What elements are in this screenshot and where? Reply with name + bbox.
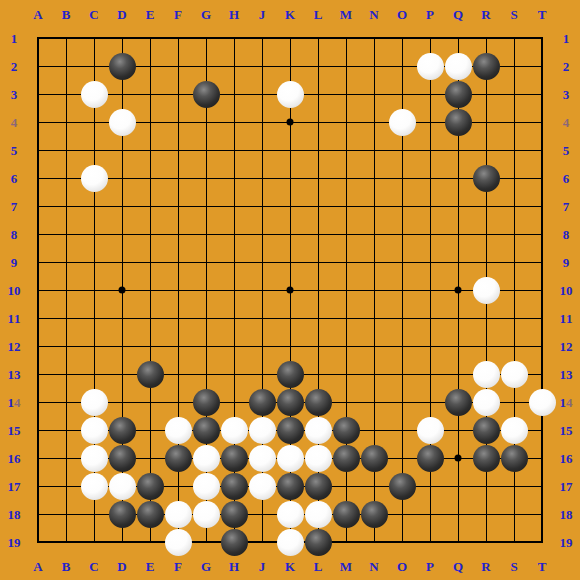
intersection-O15[interactable] bbox=[388, 416, 416, 444]
intersection-N11[interactable] bbox=[360, 304, 388, 332]
intersection-C2[interactable] bbox=[80, 52, 108, 80]
intersection-N12[interactable] bbox=[360, 332, 388, 360]
intersection-N5[interactable] bbox=[360, 136, 388, 164]
intersection-T7[interactable] bbox=[528, 192, 556, 220]
intersection-R18[interactable] bbox=[472, 500, 500, 528]
intersection-R8[interactable] bbox=[472, 220, 500, 248]
intersection-F5[interactable] bbox=[164, 136, 192, 164]
intersection-M6[interactable] bbox=[332, 164, 360, 192]
intersection-A14[interactable] bbox=[24, 388, 52, 416]
intersection-A2[interactable] bbox=[24, 52, 52, 80]
intersection-A16[interactable] bbox=[24, 444, 52, 472]
intersection-H6[interactable] bbox=[220, 164, 248, 192]
intersection-Q15[interactable] bbox=[444, 416, 472, 444]
intersection-O16[interactable] bbox=[388, 444, 416, 472]
intersection-N8[interactable] bbox=[360, 220, 388, 248]
intersection-R1[interactable] bbox=[472, 24, 500, 52]
intersection-P8[interactable] bbox=[416, 220, 444, 248]
intersection-G4[interactable] bbox=[192, 108, 220, 136]
intersection-L18[interactable] bbox=[304, 500, 332, 528]
intersection-H16[interactable] bbox=[220, 444, 248, 472]
intersection-H14[interactable] bbox=[220, 388, 248, 416]
intersection-D9[interactable] bbox=[108, 248, 136, 276]
intersection-O17[interactable] bbox=[388, 472, 416, 500]
intersection-R6[interactable] bbox=[472, 164, 500, 192]
intersection-T13[interactable] bbox=[528, 360, 556, 388]
intersection-P16[interactable] bbox=[416, 444, 444, 472]
intersection-H1[interactable] bbox=[220, 24, 248, 52]
intersection-P18[interactable] bbox=[416, 500, 444, 528]
intersection-S9[interactable] bbox=[500, 248, 528, 276]
intersection-T17[interactable] bbox=[528, 472, 556, 500]
intersection-B1[interactable] bbox=[52, 24, 80, 52]
intersection-E6[interactable] bbox=[136, 164, 164, 192]
intersection-R5[interactable] bbox=[472, 136, 500, 164]
intersection-N16[interactable] bbox=[360, 444, 388, 472]
intersection-S2[interactable] bbox=[500, 52, 528, 80]
intersection-M10[interactable] bbox=[332, 276, 360, 304]
intersection-L17[interactable] bbox=[304, 472, 332, 500]
intersection-T8[interactable] bbox=[528, 220, 556, 248]
intersection-A17[interactable] bbox=[24, 472, 52, 500]
intersection-J2[interactable] bbox=[248, 52, 276, 80]
intersection-E10[interactable] bbox=[136, 276, 164, 304]
intersection-O13[interactable] bbox=[388, 360, 416, 388]
intersection-J9[interactable] bbox=[248, 248, 276, 276]
intersection-L15[interactable] bbox=[304, 416, 332, 444]
intersection-S19[interactable] bbox=[500, 528, 528, 556]
intersection-H8[interactable] bbox=[220, 220, 248, 248]
intersection-L4[interactable] bbox=[304, 108, 332, 136]
intersection-L9[interactable] bbox=[304, 248, 332, 276]
intersection-N18[interactable] bbox=[360, 500, 388, 528]
intersection-O8[interactable] bbox=[388, 220, 416, 248]
intersection-T1[interactable] bbox=[528, 24, 556, 52]
intersection-R16[interactable] bbox=[472, 444, 500, 472]
intersection-S8[interactable] bbox=[500, 220, 528, 248]
intersection-K7[interactable] bbox=[276, 192, 304, 220]
intersection-Q12[interactable] bbox=[444, 332, 472, 360]
intersection-G8[interactable] bbox=[192, 220, 220, 248]
intersection-D2[interactable] bbox=[108, 52, 136, 80]
intersection-L2[interactable] bbox=[304, 52, 332, 80]
intersection-E16[interactable] bbox=[136, 444, 164, 472]
intersection-S3[interactable] bbox=[500, 80, 528, 108]
intersection-K12[interactable] bbox=[276, 332, 304, 360]
intersection-G3[interactable] bbox=[192, 80, 220, 108]
intersection-Q6[interactable] bbox=[444, 164, 472, 192]
intersection-L11[interactable] bbox=[304, 304, 332, 332]
intersection-Q8[interactable] bbox=[444, 220, 472, 248]
intersection-M16[interactable] bbox=[332, 444, 360, 472]
intersection-T10[interactable] bbox=[528, 276, 556, 304]
intersection-S5[interactable] bbox=[500, 136, 528, 164]
intersection-C11[interactable] bbox=[80, 304, 108, 332]
intersection-O11[interactable] bbox=[388, 304, 416, 332]
intersection-E7[interactable] bbox=[136, 192, 164, 220]
intersection-R2[interactable] bbox=[472, 52, 500, 80]
intersection-N17[interactable] bbox=[360, 472, 388, 500]
intersection-P10[interactable] bbox=[416, 276, 444, 304]
intersection-B12[interactable] bbox=[52, 332, 80, 360]
intersection-O10[interactable] bbox=[388, 276, 416, 304]
intersection-F14[interactable] bbox=[164, 388, 192, 416]
intersection-J7[interactable] bbox=[248, 192, 276, 220]
intersection-L3[interactable] bbox=[304, 80, 332, 108]
intersection-T6[interactable] bbox=[528, 164, 556, 192]
intersection-G13[interactable] bbox=[192, 360, 220, 388]
intersection-T12[interactable] bbox=[528, 332, 556, 360]
intersection-G14[interactable] bbox=[192, 388, 220, 416]
intersection-H7[interactable] bbox=[220, 192, 248, 220]
intersection-S1[interactable] bbox=[500, 24, 528, 52]
intersection-M7[interactable] bbox=[332, 192, 360, 220]
intersection-G19[interactable] bbox=[192, 528, 220, 556]
intersection-S16[interactable] bbox=[500, 444, 528, 472]
intersection-O5[interactable] bbox=[388, 136, 416, 164]
intersection-M3[interactable] bbox=[332, 80, 360, 108]
intersection-H13[interactable] bbox=[220, 360, 248, 388]
intersection-B10[interactable] bbox=[52, 276, 80, 304]
intersection-L16[interactable] bbox=[304, 444, 332, 472]
intersection-T18[interactable] bbox=[528, 500, 556, 528]
intersection-R3[interactable] bbox=[472, 80, 500, 108]
intersection-S7[interactable] bbox=[500, 192, 528, 220]
intersection-M8[interactable] bbox=[332, 220, 360, 248]
intersection-R4[interactable] bbox=[472, 108, 500, 136]
intersection-E14[interactable] bbox=[136, 388, 164, 416]
intersection-A5[interactable] bbox=[24, 136, 52, 164]
intersection-G12[interactable] bbox=[192, 332, 220, 360]
intersection-Q1[interactable] bbox=[444, 24, 472, 52]
intersection-J8[interactable] bbox=[248, 220, 276, 248]
intersection-F16[interactable] bbox=[164, 444, 192, 472]
intersection-T3[interactable] bbox=[528, 80, 556, 108]
intersection-J18[interactable] bbox=[248, 500, 276, 528]
intersection-Q4[interactable] bbox=[444, 108, 472, 136]
intersection-R13[interactable] bbox=[472, 360, 500, 388]
intersection-J19[interactable] bbox=[248, 528, 276, 556]
intersection-O4[interactable] bbox=[388, 108, 416, 136]
intersection-N2[interactable] bbox=[360, 52, 388, 80]
intersection-A6[interactable] bbox=[24, 164, 52, 192]
intersection-C14[interactable] bbox=[80, 388, 108, 416]
intersection-L10[interactable] bbox=[304, 276, 332, 304]
intersection-C8[interactable] bbox=[80, 220, 108, 248]
intersection-O3[interactable] bbox=[388, 80, 416, 108]
intersection-L19[interactable] bbox=[304, 528, 332, 556]
intersection-C6[interactable] bbox=[80, 164, 108, 192]
intersection-Q11[interactable] bbox=[444, 304, 472, 332]
intersection-N6[interactable] bbox=[360, 164, 388, 192]
intersection-G6[interactable] bbox=[192, 164, 220, 192]
intersection-K4[interactable] bbox=[276, 108, 304, 136]
intersection-F11[interactable] bbox=[164, 304, 192, 332]
intersection-S6[interactable] bbox=[500, 164, 528, 192]
intersection-O12[interactable] bbox=[388, 332, 416, 360]
intersection-E8[interactable] bbox=[136, 220, 164, 248]
intersection-B6[interactable] bbox=[52, 164, 80, 192]
intersection-M19[interactable] bbox=[332, 528, 360, 556]
intersection-C15[interactable] bbox=[80, 416, 108, 444]
intersection-K5[interactable] bbox=[276, 136, 304, 164]
intersection-L5[interactable] bbox=[304, 136, 332, 164]
intersection-Q13[interactable] bbox=[444, 360, 472, 388]
intersection-K17[interactable] bbox=[276, 472, 304, 500]
intersection-B7[interactable] bbox=[52, 192, 80, 220]
intersection-A3[interactable] bbox=[24, 80, 52, 108]
intersection-N15[interactable] bbox=[360, 416, 388, 444]
intersection-J12[interactable] bbox=[248, 332, 276, 360]
intersection-T16[interactable] bbox=[528, 444, 556, 472]
intersection-T4[interactable] bbox=[528, 108, 556, 136]
intersection-C13[interactable] bbox=[80, 360, 108, 388]
intersection-Q7[interactable] bbox=[444, 192, 472, 220]
intersection-A18[interactable] bbox=[24, 500, 52, 528]
intersection-D18[interactable] bbox=[108, 500, 136, 528]
intersection-T2[interactable] bbox=[528, 52, 556, 80]
intersection-M11[interactable] bbox=[332, 304, 360, 332]
intersection-J14[interactable] bbox=[248, 388, 276, 416]
intersection-Q3[interactable] bbox=[444, 80, 472, 108]
intersection-K3[interactable] bbox=[276, 80, 304, 108]
intersection-E2[interactable] bbox=[136, 52, 164, 80]
intersection-G10[interactable] bbox=[192, 276, 220, 304]
intersection-L6[interactable] bbox=[304, 164, 332, 192]
intersection-A8[interactable] bbox=[24, 220, 52, 248]
intersection-K8[interactable] bbox=[276, 220, 304, 248]
intersection-S17[interactable] bbox=[500, 472, 528, 500]
intersection-F2[interactable] bbox=[164, 52, 192, 80]
intersection-N19[interactable] bbox=[360, 528, 388, 556]
intersection-H3[interactable] bbox=[220, 80, 248, 108]
intersection-C19[interactable] bbox=[80, 528, 108, 556]
intersection-E15[interactable] bbox=[136, 416, 164, 444]
intersection-J4[interactable] bbox=[248, 108, 276, 136]
intersection-P9[interactable] bbox=[416, 248, 444, 276]
intersection-D10[interactable] bbox=[108, 276, 136, 304]
intersection-A1[interactable] bbox=[24, 24, 52, 52]
intersection-E5[interactable] bbox=[136, 136, 164, 164]
intersection-M14[interactable] bbox=[332, 388, 360, 416]
intersection-R11[interactable] bbox=[472, 304, 500, 332]
intersection-Q9[interactable] bbox=[444, 248, 472, 276]
intersection-S15[interactable] bbox=[500, 416, 528, 444]
intersection-P17[interactable] bbox=[416, 472, 444, 500]
intersection-C18[interactable] bbox=[80, 500, 108, 528]
intersection-P14[interactable] bbox=[416, 388, 444, 416]
intersection-M9[interactable] bbox=[332, 248, 360, 276]
intersection-O14[interactable] bbox=[388, 388, 416, 416]
intersection-B5[interactable] bbox=[52, 136, 80, 164]
intersection-K14[interactable] bbox=[276, 388, 304, 416]
intersection-D3[interactable] bbox=[108, 80, 136, 108]
intersection-C1[interactable] bbox=[80, 24, 108, 52]
intersection-B9[interactable] bbox=[52, 248, 80, 276]
intersection-M13[interactable] bbox=[332, 360, 360, 388]
intersection-J15[interactable] bbox=[248, 416, 276, 444]
intersection-M17[interactable] bbox=[332, 472, 360, 500]
intersection-F6[interactable] bbox=[164, 164, 192, 192]
intersection-O6[interactable] bbox=[388, 164, 416, 192]
intersection-Q18[interactable] bbox=[444, 500, 472, 528]
intersection-D5[interactable] bbox=[108, 136, 136, 164]
intersection-H5[interactable] bbox=[220, 136, 248, 164]
intersection-E17[interactable] bbox=[136, 472, 164, 500]
intersection-B11[interactable] bbox=[52, 304, 80, 332]
intersection-T11[interactable] bbox=[528, 304, 556, 332]
intersection-K19[interactable] bbox=[276, 528, 304, 556]
intersection-M4[interactable] bbox=[332, 108, 360, 136]
intersection-Q2[interactable] bbox=[444, 52, 472, 80]
intersection-K2[interactable] bbox=[276, 52, 304, 80]
intersection-C12[interactable] bbox=[80, 332, 108, 360]
intersection-O2[interactable] bbox=[388, 52, 416, 80]
intersection-R17[interactable] bbox=[472, 472, 500, 500]
intersection-A13[interactable] bbox=[24, 360, 52, 388]
intersection-Q14[interactable] bbox=[444, 388, 472, 416]
intersection-A19[interactable] bbox=[24, 528, 52, 556]
intersection-N13[interactable] bbox=[360, 360, 388, 388]
intersection-P2[interactable] bbox=[416, 52, 444, 80]
intersection-P15[interactable] bbox=[416, 416, 444, 444]
intersection-J11[interactable] bbox=[248, 304, 276, 332]
intersection-L13[interactable] bbox=[304, 360, 332, 388]
intersection-J13[interactable] bbox=[248, 360, 276, 388]
intersection-D1[interactable] bbox=[108, 24, 136, 52]
intersection-F8[interactable] bbox=[164, 220, 192, 248]
intersection-R10[interactable] bbox=[472, 276, 500, 304]
intersection-B4[interactable] bbox=[52, 108, 80, 136]
intersection-C10[interactable] bbox=[80, 276, 108, 304]
intersection-O7[interactable] bbox=[388, 192, 416, 220]
intersection-Q5[interactable] bbox=[444, 136, 472, 164]
intersection-R9[interactable] bbox=[472, 248, 500, 276]
intersection-R7[interactable] bbox=[472, 192, 500, 220]
intersection-K10[interactable] bbox=[276, 276, 304, 304]
intersection-H2[interactable] bbox=[220, 52, 248, 80]
intersection-D8[interactable] bbox=[108, 220, 136, 248]
intersection-G11[interactable] bbox=[192, 304, 220, 332]
intersection-D15[interactable] bbox=[108, 416, 136, 444]
intersection-A4[interactable] bbox=[24, 108, 52, 136]
intersection-F12[interactable] bbox=[164, 332, 192, 360]
intersection-K13[interactable] bbox=[276, 360, 304, 388]
intersection-S18[interactable] bbox=[500, 500, 528, 528]
intersection-N3[interactable] bbox=[360, 80, 388, 108]
intersection-B17[interactable] bbox=[52, 472, 80, 500]
intersection-G18[interactable] bbox=[192, 500, 220, 528]
intersection-H9[interactable] bbox=[220, 248, 248, 276]
intersection-B13[interactable] bbox=[52, 360, 80, 388]
intersection-P13[interactable] bbox=[416, 360, 444, 388]
intersection-M15[interactable] bbox=[332, 416, 360, 444]
intersection-A9[interactable] bbox=[24, 248, 52, 276]
intersection-Q19[interactable] bbox=[444, 528, 472, 556]
intersection-O18[interactable] bbox=[388, 500, 416, 528]
intersection-F1[interactable] bbox=[164, 24, 192, 52]
intersection-P3[interactable] bbox=[416, 80, 444, 108]
intersection-D12[interactable] bbox=[108, 332, 136, 360]
intersection-H15[interactable] bbox=[220, 416, 248, 444]
intersection-A10[interactable] bbox=[24, 276, 52, 304]
intersection-Q17[interactable] bbox=[444, 472, 472, 500]
intersection-B19[interactable] bbox=[52, 528, 80, 556]
intersection-S13[interactable] bbox=[500, 360, 528, 388]
intersection-K16[interactable] bbox=[276, 444, 304, 472]
intersection-C5[interactable] bbox=[80, 136, 108, 164]
intersection-O9[interactable] bbox=[388, 248, 416, 276]
intersection-K11[interactable] bbox=[276, 304, 304, 332]
intersection-B8[interactable] bbox=[52, 220, 80, 248]
intersection-A11[interactable] bbox=[24, 304, 52, 332]
intersection-F17[interactable] bbox=[164, 472, 192, 500]
intersection-E3[interactable] bbox=[136, 80, 164, 108]
intersection-L14[interactable] bbox=[304, 388, 332, 416]
intersection-K9[interactable] bbox=[276, 248, 304, 276]
intersection-N9[interactable] bbox=[360, 248, 388, 276]
intersection-P11[interactable] bbox=[416, 304, 444, 332]
intersection-F4[interactable] bbox=[164, 108, 192, 136]
intersection-K6[interactable] bbox=[276, 164, 304, 192]
intersection-M1[interactable] bbox=[332, 24, 360, 52]
intersection-D4[interactable] bbox=[108, 108, 136, 136]
intersection-K1[interactable] bbox=[276, 24, 304, 52]
intersection-E4[interactable] bbox=[136, 108, 164, 136]
intersection-B15[interactable] bbox=[52, 416, 80, 444]
intersection-P4[interactable] bbox=[416, 108, 444, 136]
intersection-J3[interactable] bbox=[248, 80, 276, 108]
intersection-N7[interactable] bbox=[360, 192, 388, 220]
intersection-D17[interactable] bbox=[108, 472, 136, 500]
intersection-N10[interactable] bbox=[360, 276, 388, 304]
intersection-S4[interactable] bbox=[500, 108, 528, 136]
intersection-R15[interactable] bbox=[472, 416, 500, 444]
intersection-H10[interactable] bbox=[220, 276, 248, 304]
intersection-P19[interactable] bbox=[416, 528, 444, 556]
intersection-P12[interactable] bbox=[416, 332, 444, 360]
intersection-M5[interactable] bbox=[332, 136, 360, 164]
intersection-B16[interactable] bbox=[52, 444, 80, 472]
intersection-J1[interactable] bbox=[248, 24, 276, 52]
intersection-H4[interactable] bbox=[220, 108, 248, 136]
intersection-B2[interactable] bbox=[52, 52, 80, 80]
intersection-F19[interactable] bbox=[164, 528, 192, 556]
intersection-H11[interactable] bbox=[220, 304, 248, 332]
intersection-J10[interactable] bbox=[248, 276, 276, 304]
intersection-T15[interactable] bbox=[528, 416, 556, 444]
intersection-J17[interactable] bbox=[248, 472, 276, 500]
intersection-A7[interactable] bbox=[24, 192, 52, 220]
intersection-H18[interactable] bbox=[220, 500, 248, 528]
intersection-G9[interactable] bbox=[192, 248, 220, 276]
intersection-D6[interactable] bbox=[108, 164, 136, 192]
intersection-E1[interactable] bbox=[136, 24, 164, 52]
intersection-N1[interactable] bbox=[360, 24, 388, 52]
intersection-O1[interactable] bbox=[388, 24, 416, 52]
intersection-F18[interactable] bbox=[164, 500, 192, 528]
intersection-M2[interactable] bbox=[332, 52, 360, 80]
intersection-G17[interactable] bbox=[192, 472, 220, 500]
intersection-Q10[interactable] bbox=[444, 276, 472, 304]
intersection-F3[interactable] bbox=[164, 80, 192, 108]
intersection-R19[interactable] bbox=[472, 528, 500, 556]
intersection-T5[interactable] bbox=[528, 136, 556, 164]
intersection-L7[interactable] bbox=[304, 192, 332, 220]
intersection-G16[interactable] bbox=[192, 444, 220, 472]
intersection-P5[interactable] bbox=[416, 136, 444, 164]
intersection-A15[interactable] bbox=[24, 416, 52, 444]
